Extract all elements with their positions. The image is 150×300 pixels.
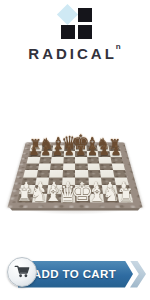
board-square [62,170,75,177]
board-square [88,170,101,177]
board-square [75,170,88,177]
board-square [51,156,63,162]
board-square [49,170,62,177]
board-square [110,156,123,162]
board-square [75,163,88,170]
brand-name: RADICALn [0,46,150,63]
board-square [75,193,90,202]
cart-row: ADD TO CART [0,254,150,300]
board-square [108,145,120,151]
board-square [113,170,127,177]
board-square [75,150,87,156]
board-square [47,185,61,193]
board-square [41,145,53,151]
product-card: RADICALn ♜♞♝♛♚♝♞♜♟♟♟♟♟♟♟♟♟♟♟♟♟♟♟♟♜♞♝♛♚♝♞… [0,0,150,300]
board-square [117,193,133,202]
board-square [48,177,62,185]
board-square [87,163,100,170]
cart-badge [7,257,37,287]
board-square [31,193,47,202]
board-square [38,163,51,170]
board-square [63,163,76,170]
board-square [50,163,63,170]
brand-logo: RADICALn [0,0,150,63]
board-square [64,145,75,151]
logo-square-icon [78,8,92,22]
board-square [75,177,88,185]
logo-diamond-icon [56,4,77,25]
board-square [39,156,52,162]
chess-board-grid [17,145,133,202]
board-square [35,177,49,185]
board-square [63,150,75,156]
brand-superscript: n [116,42,121,51]
add-to-cart-button[interactable]: ADD TO CART [0,254,150,300]
board-square [63,156,75,162]
board-square [75,185,89,193]
board-square [46,193,61,202]
brand-name-text: RADICAL [28,45,117,62]
board-square [88,185,102,193]
board-square [86,145,98,151]
board-square [62,177,75,185]
add-to-cart-label: ADD TO CART [33,268,116,280]
board-square [61,185,75,193]
shopping-cart-icon [14,263,31,280]
board-square [33,185,48,193]
board-square [109,150,122,156]
board-square [111,163,125,170]
board-square [86,150,98,156]
board-square [87,156,99,162]
logo-square-icon [78,25,92,39]
logo-square-icon [61,25,75,39]
board-square [75,156,87,162]
product-image[interactable]: ♜♞♝♛♚♝♞♜♟♟♟♟♟♟♟♟♟♟♟♟♟♟♟♟♜♞♝♛♚♝♞♜ [0,85,150,219]
board-square [115,185,130,193]
board-square [60,193,75,202]
board-square [75,145,86,151]
board-square [88,177,102,185]
board-square [89,193,104,202]
board-square [52,145,64,151]
board-square [52,150,64,156]
board-square [36,170,50,177]
board-square [114,177,129,185]
chess-board [7,142,142,207]
brand-logo-mark [59,8,92,39]
board-square [40,150,52,156]
